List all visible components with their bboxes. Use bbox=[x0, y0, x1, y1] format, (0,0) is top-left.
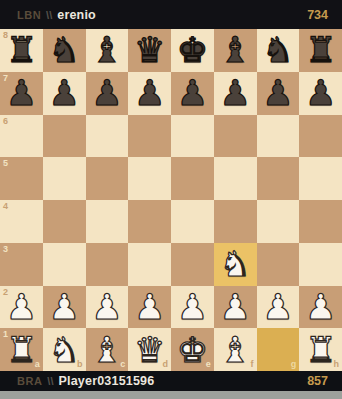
square-h8[interactable]: ♜ bbox=[299, 29, 342, 72]
square-h3[interactable] bbox=[299, 243, 342, 286]
square-g3[interactable] bbox=[257, 243, 300, 286]
country-name-separator: \\ bbox=[47, 375, 53, 387]
square-g1[interactable]: g bbox=[257, 328, 300, 371]
player-name: Player03151596 bbox=[58, 374, 154, 388]
square-f1[interactable]: f♝ bbox=[214, 328, 257, 371]
square-a1[interactable]: 1a♜ bbox=[0, 328, 43, 371]
white-knight[interactable]: ♞ bbox=[219, 243, 250, 285]
square-e8[interactable]: ♚ bbox=[171, 29, 214, 72]
black-rook[interactable]: ♜ bbox=[6, 29, 37, 71]
white-pawn[interactable]: ♟ bbox=[6, 286, 37, 328]
square-b5[interactable] bbox=[43, 157, 86, 200]
square-f3[interactable]: ♞ bbox=[214, 243, 257, 286]
square-f6[interactable] bbox=[214, 115, 257, 158]
square-c2[interactable]: ♟ bbox=[86, 286, 129, 329]
square-d4[interactable] bbox=[128, 200, 171, 243]
square-g4[interactable] bbox=[257, 200, 300, 243]
black-pawn[interactable]: ♟ bbox=[6, 72, 37, 114]
black-king[interactable]: ♚ bbox=[177, 29, 208, 71]
square-e5[interactable] bbox=[171, 157, 214, 200]
file-label-e: e bbox=[206, 360, 211, 369]
black-knight[interactable]: ♞ bbox=[262, 29, 293, 71]
white-pawn[interactable]: ♟ bbox=[177, 286, 208, 328]
white-knight[interactable]: ♞ bbox=[48, 329, 79, 371]
file-label-g: g bbox=[291, 360, 297, 369]
file-label-c: c bbox=[120, 360, 125, 369]
square-h4[interactable] bbox=[299, 200, 342, 243]
square-a3[interactable]: 3 bbox=[0, 243, 43, 286]
square-h7[interactable]: ♟ bbox=[299, 72, 342, 115]
square-b4[interactable] bbox=[43, 200, 86, 243]
rank-label-5: 5 bbox=[3, 159, 8, 168]
square-g6[interactable] bbox=[257, 115, 300, 158]
square-g7[interactable]: ♟ bbox=[257, 72, 300, 115]
square-a2[interactable]: 2♟ bbox=[0, 286, 43, 329]
square-e2[interactable]: ♟ bbox=[171, 286, 214, 329]
square-d7[interactable]: ♟ bbox=[128, 72, 171, 115]
white-pawn[interactable]: ♟ bbox=[134, 286, 165, 328]
square-c5[interactable] bbox=[86, 157, 129, 200]
square-b7[interactable]: ♟ bbox=[43, 72, 86, 115]
square-d1[interactable]: d♛ bbox=[128, 328, 171, 371]
square-b2[interactable]: ♟ bbox=[43, 286, 86, 329]
opponent-player-bar: LBN \\ erenio 734 bbox=[0, 0, 342, 29]
file-label-f: f bbox=[251, 360, 254, 369]
square-a6[interactable]: 6 bbox=[0, 115, 43, 158]
square-a8[interactable]: 8♜ bbox=[0, 29, 43, 72]
white-rook[interactable]: ♜ bbox=[305, 329, 336, 371]
square-a5[interactable]: 5 bbox=[0, 157, 43, 200]
white-queen[interactable]: ♛ bbox=[134, 329, 165, 371]
square-c3[interactable] bbox=[86, 243, 129, 286]
square-b6[interactable] bbox=[43, 115, 86, 158]
rank-label-6: 6 bbox=[3, 117, 8, 126]
white-pawn[interactable]: ♟ bbox=[91, 286, 122, 328]
file-label-d: d bbox=[163, 360, 169, 369]
square-d8[interactable]: ♛ bbox=[128, 29, 171, 72]
country-name-separator: \\ bbox=[46, 9, 52, 21]
square-e3[interactable] bbox=[171, 243, 214, 286]
rank-label-3: 3 bbox=[3, 245, 8, 254]
file-label-b: b bbox=[77, 360, 83, 369]
opponent-name: erenio bbox=[57, 8, 96, 22]
black-queen[interactable]: ♛ bbox=[134, 29, 165, 71]
square-f2[interactable]: ♟ bbox=[214, 286, 257, 329]
square-d6[interactable] bbox=[128, 115, 171, 158]
square-f7[interactable]: ♟ bbox=[214, 72, 257, 115]
rank-label-2: 2 bbox=[3, 288, 8, 297]
player-country-code: BRA bbox=[17, 375, 42, 387]
file-label-a: a bbox=[35, 360, 40, 369]
rank-label-7: 7 bbox=[3, 74, 8, 83]
square-h5[interactable] bbox=[299, 157, 342, 200]
black-pawn[interactable]: ♟ bbox=[219, 72, 250, 114]
square-d5[interactable] bbox=[128, 157, 171, 200]
square-g2[interactable]: ♟ bbox=[257, 286, 300, 329]
square-f5[interactable] bbox=[214, 157, 257, 200]
square-c7[interactable]: ♟ bbox=[86, 72, 129, 115]
white-pawn[interactable]: ♟ bbox=[48, 286, 79, 328]
square-d3[interactable] bbox=[128, 243, 171, 286]
black-rook[interactable]: ♜ bbox=[305, 29, 336, 71]
rank-label-4: 4 bbox=[3, 202, 8, 211]
square-f8[interactable]: ♝ bbox=[214, 29, 257, 72]
black-pawn[interactable]: ♟ bbox=[177, 72, 208, 114]
white-pawn[interactable]: ♟ bbox=[219, 286, 250, 328]
file-label-h: h bbox=[334, 360, 340, 369]
square-g5[interactable] bbox=[257, 157, 300, 200]
square-a4[interactable]: 4 bbox=[0, 200, 43, 243]
white-bishop[interactable]: ♝ bbox=[91, 329, 122, 371]
white-bishop[interactable]: ♝ bbox=[219, 329, 250, 371]
black-bishop[interactable]: ♝ bbox=[219, 29, 250, 71]
black-bishop[interactable]: ♝ bbox=[91, 29, 122, 71]
square-e4[interactable] bbox=[171, 200, 214, 243]
square-b3[interactable] bbox=[43, 243, 86, 286]
opponent-country-code: LBN bbox=[17, 9, 41, 21]
square-d2[interactable]: ♟ bbox=[128, 286, 171, 329]
white-pawn[interactable]: ♟ bbox=[262, 286, 293, 328]
white-king[interactable]: ♚ bbox=[177, 329, 208, 371]
black-pawn[interactable]: ♟ bbox=[134, 72, 165, 114]
white-pawn[interactable]: ♟ bbox=[305, 286, 336, 328]
square-h2[interactable]: ♟ bbox=[299, 286, 342, 329]
opponent-rating: 734 bbox=[307, 8, 328, 22]
rank-label-8: 8 bbox=[3, 31, 8, 40]
player-rating: 857 bbox=[307, 374, 328, 388]
black-knight[interactable]: ♞ bbox=[48, 29, 79, 71]
square-e6[interactable] bbox=[171, 115, 214, 158]
square-b8[interactable]: ♞ bbox=[43, 29, 86, 72]
square-g8[interactable]: ♞ bbox=[257, 29, 300, 72]
square-e7[interactable]: ♟ bbox=[171, 72, 214, 115]
white-rook[interactable]: ♜ bbox=[6, 329, 37, 371]
black-pawn[interactable]: ♟ bbox=[48, 72, 79, 114]
chess-game-screen: LBN \\ erenio 734 8♜♞♝♛♚♝♞♜7♟♟♟♟♟♟♟♟6543… bbox=[0, 0, 342, 399]
square-a7[interactable]: 7♟ bbox=[0, 72, 43, 115]
square-c1[interactable]: c♝ bbox=[86, 328, 129, 371]
square-b1[interactable]: b♞ bbox=[43, 328, 86, 371]
square-e1[interactable]: e♚ bbox=[171, 328, 214, 371]
chess-board[interactable]: 8♜♞♝♛♚♝♞♜7♟♟♟♟♟♟♟♟6543♞2♟♟♟♟♟♟♟♟1a♜b♞c♝d… bbox=[0, 29, 342, 371]
black-pawn[interactable]: ♟ bbox=[91, 72, 122, 114]
black-pawn[interactable]: ♟ bbox=[262, 72, 293, 114]
black-pawn[interactable]: ♟ bbox=[305, 72, 336, 114]
player-player-bar: BRA \\ Player03151596 857 bbox=[0, 371, 342, 391]
square-c6[interactable] bbox=[86, 115, 129, 158]
rank-label-1: 1 bbox=[3, 330, 8, 339]
square-h6[interactable] bbox=[299, 115, 342, 158]
square-f4[interactable] bbox=[214, 200, 257, 243]
square-h1[interactable]: h♜ bbox=[299, 328, 342, 371]
bottom-ui-strip bbox=[0, 391, 342, 399]
square-c4[interactable] bbox=[86, 200, 129, 243]
square-c8[interactable]: ♝ bbox=[86, 29, 129, 72]
